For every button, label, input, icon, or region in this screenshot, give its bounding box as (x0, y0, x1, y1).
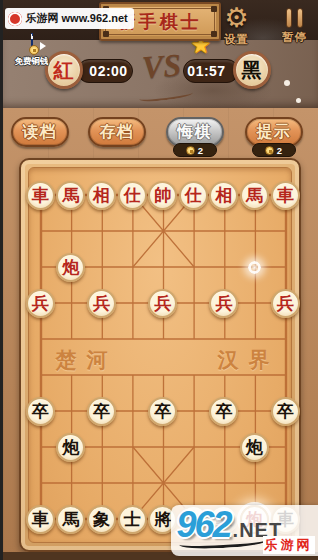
piece-black-elephant[interactable]: 象 (87, 505, 116, 534)
board-point[interactable] (178, 249, 209, 285)
piece-black-soldier[interactable]: 卒 (26, 397, 55, 426)
board-point[interactable]: 仕 (178, 177, 209, 213)
top-watermark-text: 乐游网 www.962.net (26, 11, 128, 26)
board-point[interactable] (56, 357, 87, 393)
pause-icon (276, 7, 314, 29)
top-watermark: 乐游网 www.962.net (5, 8, 134, 29)
board-point[interactable] (209, 213, 240, 249)
board-point[interactable] (147, 321, 178, 357)
board-point[interactable] (239, 213, 270, 249)
pause-label: 暂停 (276, 30, 314, 45)
coin-icon (265, 146, 274, 155)
brush-swoosh (138, 89, 193, 104)
settings-label: 设置 (215, 32, 259, 47)
board-point[interactable] (178, 429, 209, 465)
piece-black-horse[interactable]: 馬 (56, 505, 85, 534)
board-point[interactable] (209, 249, 240, 285)
board-point[interactable] (56, 465, 87, 501)
piece-black-soldier[interactable]: 卒 (87, 397, 116, 426)
piece-black-soldier[interactable]: 卒 (209, 397, 238, 426)
board-point[interactable] (239, 285, 270, 321)
board-point[interactable]: 兵 (25, 285, 56, 321)
board-point[interactable]: 兵 (147, 285, 178, 321)
undo-cost-badge: 2 (173, 143, 217, 157)
board-point[interactable] (117, 321, 148, 357)
piece-red-horse[interactable]: 馬 (240, 181, 269, 210)
board-point[interactable] (86, 249, 117, 285)
board-point[interactable] (147, 465, 178, 501)
board-point[interactable]: 兵 (209, 285, 240, 321)
board-point[interactable]: 炮 (56, 249, 87, 285)
petal-decoration (296, 98, 301, 103)
board-point[interactable] (178, 213, 209, 249)
gear-icon: ⚙ (215, 4, 259, 32)
board-point[interactable] (270, 465, 301, 501)
board-point[interactable] (117, 249, 148, 285)
board-point[interactable] (209, 465, 240, 501)
board-point[interactable] (239, 321, 270, 357)
board-point[interactable]: 車 (25, 177, 56, 213)
board-point[interactable] (86, 213, 117, 249)
board-point[interactable] (56, 285, 87, 321)
piece-red-soldier[interactable]: 兵 (26, 289, 55, 318)
coin-icon (186, 146, 195, 155)
board-point[interactable]: 車 (270, 177, 301, 213)
board-point[interactable]: 卒 (147, 393, 178, 429)
board-point[interactable] (178, 285, 209, 321)
free-coins-label: 免费铜钱 (7, 56, 57, 68)
board-point[interactable]: 兵 (270, 285, 301, 321)
board-point[interactable] (270, 429, 301, 465)
player-bar: 免费铜钱 02:00 紅 VS ★ 01:57 黑 (3, 40, 318, 108)
board-point[interactable] (117, 429, 148, 465)
board-point[interactable]: 士 (117, 501, 148, 537)
piece-red-general[interactable]: 帥 (148, 181, 177, 210)
petal-decoration (284, 80, 290, 86)
board-point[interactable] (25, 213, 56, 249)
piece-black-soldier[interactable]: 卒 (148, 397, 177, 426)
board-point[interactable] (56, 213, 87, 249)
board-point[interactable] (178, 465, 209, 501)
red-timer: 02:00 (77, 59, 133, 83)
board-point[interactable] (117, 393, 148, 429)
piece-red-elephant[interactable]: 相 (87, 181, 116, 210)
board-point[interactable] (147, 357, 178, 393)
board-point[interactable] (147, 213, 178, 249)
bottom-watermark: 962 .NET 乐游网 (171, 505, 318, 556)
board-point[interactable]: 卒 (209, 393, 240, 429)
board-point[interactable] (86, 357, 117, 393)
board-point[interactable] (25, 321, 56, 357)
board-point[interactable]: 馬 (56, 501, 87, 537)
board-point[interactable] (209, 429, 240, 465)
board-point[interactable] (117, 465, 148, 501)
board-point[interactable]: 仕 (117, 177, 148, 213)
board-point[interactable]: 卒 (25, 393, 56, 429)
load-button[interactable]: 读档 (11, 117, 69, 147)
board-point[interactable] (209, 321, 240, 357)
board-point[interactable]: 馬 (56, 177, 87, 213)
game-screen: 乐游网 www.962.net 新手棋士 ⚙ 设置 暂停 免费铜钱 02:00 … (3, 0, 318, 560)
pause-button[interactable]: 暂停 (276, 7, 314, 45)
black-timer: 01:57 (183, 59, 239, 83)
board-point[interactable]: 卒 (86, 393, 117, 429)
piece-red-soldier[interactable]: 兵 (87, 289, 116, 318)
board-point[interactable]: 象 (86, 501, 117, 537)
board-point[interactable]: 帥 (147, 177, 178, 213)
board-point[interactable] (117, 285, 148, 321)
board-point[interactable] (239, 249, 270, 285)
board-point[interactable] (117, 213, 148, 249)
piece-black-soldier[interactable]: 卒 (271, 397, 300, 426)
board-grid: 車馬相仕帥仕相馬車炮兵兵兵兵兵卒卒卒卒卒炮炮車馬象士將士象炮車 (25, 177, 300, 537)
board-point[interactable]: 卒 (270, 393, 301, 429)
board-point[interactable] (86, 321, 117, 357)
board-point[interactable]: 相 (86, 177, 117, 213)
board-point[interactable] (25, 249, 56, 285)
board-point[interactable]: 馬 (239, 177, 270, 213)
board-point[interactable]: 相 (209, 177, 240, 213)
board-point[interactable] (270, 213, 301, 249)
piece-red-advisor[interactable]: 仕 (179, 181, 208, 210)
watermark-site: 乐游网 (263, 536, 315, 554)
piece-red-horse[interactable]: 馬 (56, 181, 85, 210)
coin-icon (29, 45, 39, 55)
piece-red-advisor[interactable]: 仕 (118, 181, 147, 210)
piece-red-chariot[interactable]: 車 (271, 181, 300, 210)
board-point[interactable] (178, 393, 209, 429)
board-point[interactable] (270, 321, 301, 357)
xiangqi-board[interactable]: 楚河 汉界 車馬相仕帥仕相馬車炮兵兵兵兵兵卒卒卒卒卒炮炮車馬象士將士象炮車 (19, 158, 301, 552)
board-point[interactable] (25, 465, 56, 501)
board-point[interactable] (25, 429, 56, 465)
board-point[interactable]: 兵 (86, 285, 117, 321)
piece-red-cannon[interactable]: 炮 (56, 253, 85, 282)
board-point[interactable] (147, 429, 178, 465)
piece-red-chariot[interactable]: 車 (26, 181, 55, 210)
undo-cost-value: 2 (198, 145, 203, 156)
board-point[interactable] (56, 321, 87, 357)
board-point[interactable] (239, 465, 270, 501)
board-point[interactable]: 車 (25, 501, 56, 537)
vs-label: VS (140, 47, 182, 87)
board-point[interactable]: 炮 (56, 429, 87, 465)
board-point[interactable] (56, 393, 87, 429)
board-point[interactable] (209, 357, 240, 393)
save-button[interactable]: 存档 (88, 117, 146, 147)
piece-black-chariot[interactable]: 車 (26, 505, 55, 534)
board-point[interactable] (270, 357, 301, 393)
board-point[interactable] (117, 357, 148, 393)
piece-black-advisor[interactable]: 士 (118, 505, 147, 534)
piece-red-soldier[interactable]: 兵 (148, 289, 177, 318)
piece-red-elephant[interactable]: 相 (209, 181, 238, 210)
board-point[interactable] (239, 357, 270, 393)
black-player-piece: 黑 (233, 51, 271, 89)
clapperboard-icon (31, 33, 33, 52)
board-point[interactable] (239, 393, 270, 429)
board-point[interactable] (25, 357, 56, 393)
hint-cost-badge: 2 (252, 143, 296, 157)
board-point[interactable] (178, 357, 209, 393)
board-point[interactable] (86, 465, 117, 501)
piece-red-soldier[interactable]: 兵 (209, 289, 238, 318)
settings-button[interactable]: ⚙ 设置 (215, 4, 259, 47)
board-point[interactable]: 炮 (239, 429, 270, 465)
piece-red-soldier[interactable]: 兵 (271, 289, 300, 318)
board-point[interactable] (178, 321, 209, 357)
board-point[interactable] (270, 249, 301, 285)
free-coins-button[interactable]: 免费铜钱 (7, 34, 57, 68)
piece-black-cannon[interactable]: 炮 (56, 433, 85, 462)
piece-black-cannon[interactable]: 炮 (240, 433, 269, 462)
board-point[interactable] (147, 249, 178, 285)
board-point[interactable] (86, 429, 117, 465)
hint-cost-value: 2 (277, 145, 282, 156)
last-move-origin-glow (248, 261, 261, 274)
site-logo-icon (8, 12, 22, 26)
